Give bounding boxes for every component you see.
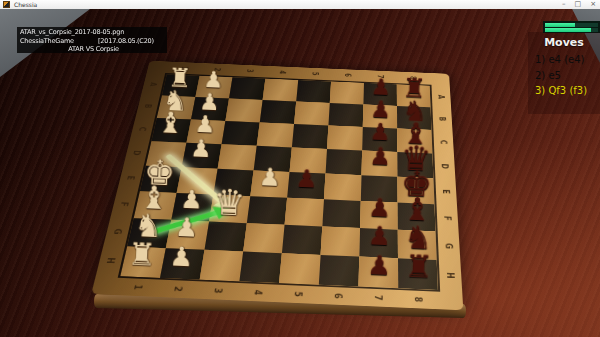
pgn-eco-code: (C20) [137,37,154,46]
pgn-filename: ATAR_vs_Corpsie_2017-08-05.pgn [20,28,167,37]
title-bar: Chessia – □ × [0,0,600,9]
chess-board: ♜♞♝♛♚♝♞♜♟♟♟♟♟♟♟♟♟♛♟♟♟♟♟♟♟♜♞♝♚♝♞♜ AABBCCD… [91,61,463,310]
pgn-overlay: ATAR_vs_Corpsie_2017-08-05.pgn ChessiaTh… [17,27,167,53]
piece-black-pawn-d7[interactable]: ♟ [361,135,399,178]
app-window: Chessia – □ × ♜♞♝♛♚♝♞♜♟♟♟♟♟♟♟♟♟♛♟♟♟♟♟♟♟♜… [0,0,600,337]
move-row-3[interactable]: 3) Qf3 (f3) [528,83,600,99]
board-pieces: ♜♞♝♛♚♝♞♜♟♟♟♟♟♟♟♟♟♛♟♟♟♟♟♟♟♜♞♝♚♝♞♜ [91,61,463,310]
piece-white-pawn-e4[interactable]: ♟ [251,155,290,199]
moves-title: Moves [528,36,600,49]
rank-label-top-5: 5 [309,70,320,77]
file-label-right-C: C [438,138,450,146]
piece-black-pawn-h7[interactable]: ♟ [358,242,400,290]
move-row-1[interactable]: 1) e4 (e4) [528,52,600,68]
window-title: Chessia [14,1,37,8]
moves-list: 1) e4 (e4)2) e53) Qf3 (f3) [528,52,600,99]
pgn-site: ChessiaTheGame [20,37,74,45]
game-viewport: ♜♞♝♛♚♝♞♜♟♟♟♟♟♟♟♟♟♛♟♟♟♟♟♟♟♜♞♝♚♝♞♜ AABBCCD… [0,9,600,337]
piece-white-queen-f3[interactable]: ♛ [209,179,249,225]
maximize-button[interactable]: □ [575,0,582,9]
move-row-2[interactable]: 2) e5 [528,68,600,84]
minimize-button[interactable]: – [562,0,566,9]
moves-panel: Moves 1) e4 (e4)2) e53) Qf3 (f3) [528,32,600,114]
rank-label-top-4: 4 [277,69,289,76]
pgn-matchup: ATAR VS Corpsie [20,45,167,54]
progress-bar-1 [545,23,598,27]
piece-black-pawn-e5[interactable]: ♟ [287,156,326,200]
progress-fill-1 [545,23,575,27]
piece-white-pawn-h2[interactable]: ♟ [161,233,203,281]
piece-white-pawn-d2[interactable]: ♟ [182,127,220,170]
pgn-date: [2017.08.05. [98,37,137,46]
piece-black-rook-h8[interactable]: ♜ [398,243,440,291]
close-button[interactable]: × [590,0,596,9]
board-scene: ♜♞♝♛♚♝♞♜♟♟♟♟♟♟♟♟♟♛♟♟♟♟♟♟♟♜♞♝♚♝♞♜ AABBCCD… [59,9,522,322]
rank-label-top-6: 6 [342,71,353,78]
app-icon [3,1,10,8]
rank-label-top-3: 3 [244,67,256,74]
piece-white-rook-h1[interactable]: ♜ [121,231,163,279]
